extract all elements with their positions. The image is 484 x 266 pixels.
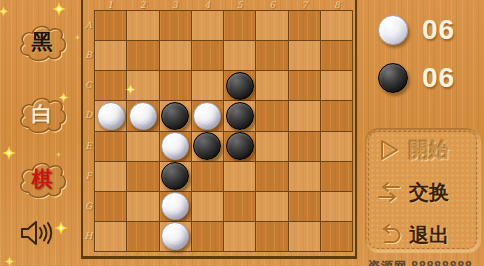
black-piece: [226, 102, 254, 130]
sound-toggle-button[interactable]: [20, 220, 53, 246]
cell-C3[interactable]: [160, 71, 191, 100]
cell-C4[interactable]: [192, 71, 223, 100]
cell-G2[interactable]: [127, 192, 158, 221]
cell-H3[interactable]: [160, 222, 191, 251]
sparkle-star-icon: [54, 221, 68, 239]
cell-H6[interactable]: [256, 222, 287, 251]
cell-B8[interactable]: [321, 41, 352, 70]
row-labels: ABCDEFGH: [83, 10, 94, 252]
black-side-label: 黑: [16, 22, 68, 62]
cell-E2[interactable]: [127, 132, 158, 161]
row-label-E: E: [83, 131, 94, 161]
black-piece: [161, 102, 189, 130]
column-label-1: 1: [94, 0, 126, 10]
column-label-2: 2: [126, 0, 158, 10]
column-label-8: 8: [321, 0, 353, 10]
row-label-D: D: [83, 101, 94, 131]
play-icon: [375, 137, 403, 163]
cell-G5[interactable]: [224, 192, 255, 221]
cell-B6[interactable]: [256, 41, 287, 70]
sparkle-star-icon: [0, 3, 9, 21]
cell-F7[interactable]: [289, 162, 320, 191]
cell-E5[interactable]: [224, 132, 255, 161]
exit-button[interactable]: 退出: [375, 220, 471, 250]
cell-G3[interactable]: [160, 192, 191, 221]
cell-H2[interactable]: [127, 222, 158, 251]
cell-F4[interactable]: [192, 162, 223, 191]
cell-C8[interactable]: [321, 71, 352, 100]
cell-D3[interactable]: [160, 101, 191, 130]
white-piece: [193, 102, 221, 130]
cell-A1[interactable]: [95, 11, 126, 40]
cell-C6[interactable]: [256, 71, 287, 100]
cell-G7[interactable]: [289, 192, 320, 221]
sparkle-star-icon: [2, 146, 16, 164]
row-label-H: H: [83, 222, 94, 252]
swap-label: 交换: [409, 179, 449, 206]
cell-H4[interactable]: [192, 222, 223, 251]
column-label-6: 6: [256, 0, 288, 10]
swap-icon: [375, 179, 403, 205]
white-piece: [97, 102, 125, 130]
cell-F3[interactable]: [160, 162, 191, 191]
cell-D7[interactable]: [289, 101, 320, 130]
cell-F2[interactable]: [127, 162, 158, 191]
cell-H1[interactable]: [95, 222, 126, 251]
cell-E8[interactable]: [321, 132, 352, 161]
white-disc-icon: [378, 15, 408, 45]
cell-F6[interactable]: [256, 162, 287, 191]
cell-B2[interactable]: [127, 41, 158, 70]
cell-E1[interactable]: [95, 132, 126, 161]
row-label-C: C: [83, 71, 94, 101]
row-label-G: G: [83, 192, 94, 222]
cell-E7[interactable]: [289, 132, 320, 161]
cell-B4[interactable]: [192, 41, 223, 70]
column-label-4: 4: [191, 0, 223, 10]
cell-A7[interactable]: [289, 11, 320, 40]
black-piece: [226, 132, 254, 160]
black-count: 06: [422, 62, 455, 94]
cell-E3[interactable]: [160, 132, 191, 161]
black-side-button[interactable]: 黑: [16, 22, 68, 62]
cell-A6[interactable]: [256, 11, 287, 40]
speaker-icon: [20, 220, 53, 246]
white-piece: [161, 132, 189, 160]
cell-B3[interactable]: [160, 41, 191, 70]
watermark-text: 资源网 88888888: [368, 258, 473, 266]
cell-H5[interactable]: [224, 222, 255, 251]
cell-F5[interactable]: [224, 162, 255, 191]
cell-D8[interactable]: [321, 101, 352, 130]
game-window: 黑 白 棋 12345678 ABCDEFGH 06 0: [0, 0, 484, 266]
cell-B5[interactable]: [224, 41, 255, 70]
cell-D4[interactable]: [192, 101, 223, 130]
black-piece: [226, 72, 254, 100]
white-piece: [161, 222, 189, 250]
black-piece: [193, 132, 221, 160]
cell-D6[interactable]: [256, 101, 287, 130]
cell-G4[interactable]: [192, 192, 223, 221]
cell-A3[interactable]: [160, 11, 191, 40]
column-label-5: 5: [224, 0, 256, 10]
black-score-row: 06: [360, 61, 480, 95]
column-label-3: 3: [159, 0, 191, 10]
cell-H8[interactable]: [321, 222, 352, 251]
column-labels: 12345678: [94, 0, 353, 10]
cell-A4[interactable]: [192, 11, 223, 40]
cell-D5[interactable]: [224, 101, 255, 130]
sparkle-star-icon: [4, 253, 15, 266]
cell-D1[interactable]: [95, 101, 126, 130]
sparkle-star-icon: [52, 2, 66, 20]
cell-C2[interactable]: [127, 71, 158, 100]
cell-C7[interactable]: [289, 71, 320, 100]
row-label-F: F: [83, 161, 94, 191]
sparkle-star-icon: [74, 27, 81, 45]
column-label-7: 7: [288, 0, 320, 10]
cell-G6[interactable]: [256, 192, 287, 221]
cell-F8[interactable]: [321, 162, 352, 191]
cell-D2[interactable]: [127, 101, 158, 130]
white-piece: [129, 102, 157, 130]
cell-C5[interactable]: [224, 71, 255, 100]
cell-E6[interactable]: [256, 132, 287, 161]
start-button[interactable]: 開始: [375, 135, 471, 165]
black-disc-icon: [378, 63, 408, 93]
row-label-B: B: [83, 40, 94, 70]
qi-button[interactable]: 棋: [16, 159, 68, 199]
cell-H7[interactable]: [289, 222, 320, 251]
cell-F1[interactable]: [95, 162, 126, 191]
row-label-A: A: [83, 10, 94, 40]
cell-A8[interactable]: [321, 11, 352, 40]
cell-A5[interactable]: [224, 11, 255, 40]
exit-label: 退出: [409, 222, 449, 249]
qi-label: 棋: [16, 159, 68, 199]
cell-A2[interactable]: [127, 11, 158, 40]
start-label: 開始: [409, 137, 449, 164]
cell-G8[interactable]: [321, 192, 352, 221]
menu-panel: 開始 交换 退出: [365, 128, 480, 252]
board-frame: 12345678 ABCDEFGH: [81, 0, 357, 259]
white-piece: [161, 192, 189, 220]
cell-C1[interactable]: [95, 71, 126, 100]
undo-icon: [375, 222, 403, 248]
white-score-row: 06: [360, 13, 480, 47]
white-count: 06: [422, 14, 455, 46]
swap-button[interactable]: 交换: [375, 177, 471, 207]
white-side-button[interactable]: 白: [16, 94, 68, 134]
cell-E4[interactable]: [192, 132, 223, 161]
cell-B7[interactable]: [289, 41, 320, 70]
cell-G1[interactable]: [95, 192, 126, 221]
black-piece: [161, 162, 189, 190]
cell-B1[interactable]: [95, 41, 126, 70]
board-grid: [94, 10, 353, 252]
white-side-label: 白: [16, 94, 68, 134]
